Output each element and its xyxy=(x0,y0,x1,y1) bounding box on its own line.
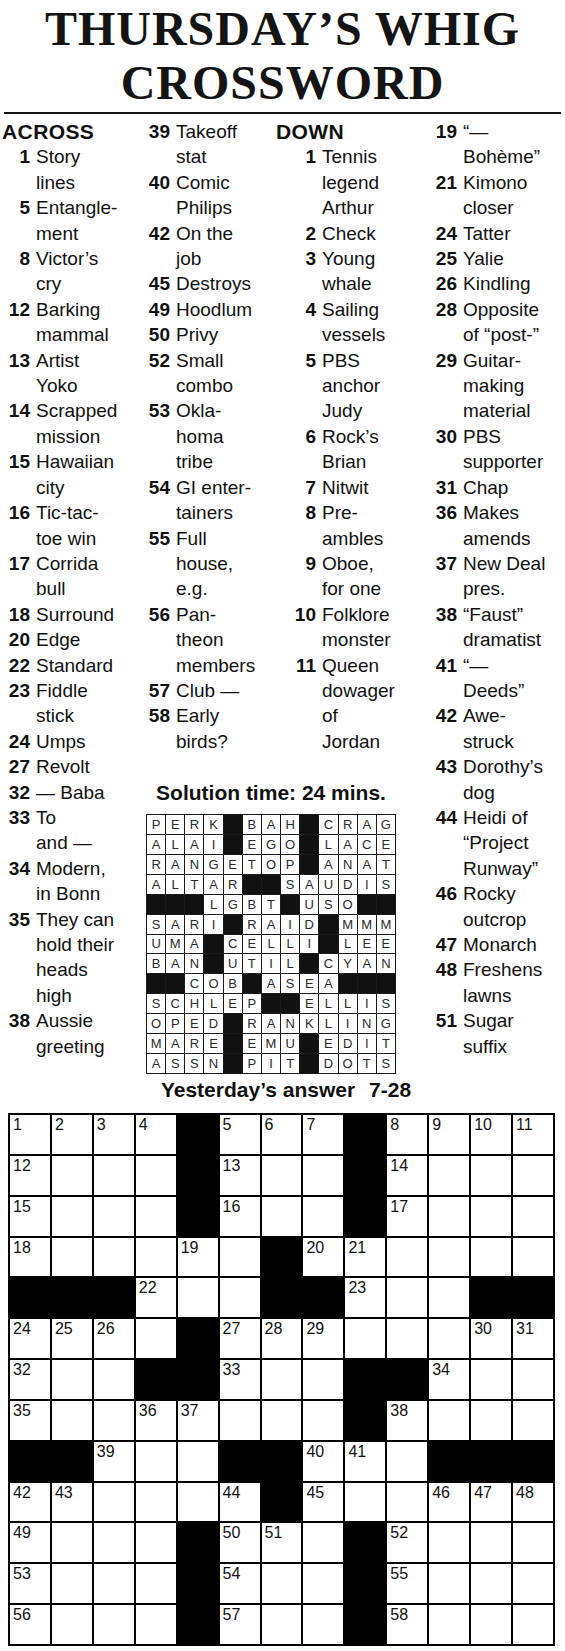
solution-cell: S xyxy=(166,1054,184,1073)
grid-cell[interactable] xyxy=(471,1197,511,1236)
grid-cell[interactable] xyxy=(220,1401,260,1440)
solution-black-square xyxy=(147,974,165,993)
solution-cell: E xyxy=(243,835,261,854)
clue-text: Toand — xyxy=(36,805,92,856)
solution-cell: A xyxy=(319,974,337,993)
grid-cell[interactable] xyxy=(136,1156,176,1195)
solution-cell: I xyxy=(358,1034,376,1053)
grid-cell[interactable]: 10 xyxy=(471,1115,511,1154)
solution-cell: D xyxy=(319,1054,337,1073)
clue-text: Hawaiiancity xyxy=(36,449,114,500)
grid-cell[interactable]: 12 xyxy=(10,1156,50,1195)
grid-cell[interactable]: 22 xyxy=(136,1278,176,1317)
solution-black-square xyxy=(377,895,395,914)
clue-text: Youngwhale xyxy=(322,246,375,297)
clue-text: Chap xyxy=(463,475,508,500)
clue-text: Smallcombo xyxy=(176,348,233,399)
grid-cell[interactable]: 20 xyxy=(303,1238,343,1277)
clue-text: Pan-theonmembers xyxy=(176,602,255,678)
grid-cell[interactable]: 38 xyxy=(387,1401,427,1440)
black-square xyxy=(345,1564,385,1603)
grid-cell[interactable] xyxy=(94,1483,134,1522)
grid-cell[interactable]: 47 xyxy=(471,1483,511,1522)
grid-cell[interactable] xyxy=(513,1197,553,1236)
grid-cell[interactable] xyxy=(52,1238,92,1277)
clue: 45Destroys xyxy=(140,271,274,296)
solution-cell: G xyxy=(224,895,242,914)
clue: 52Smallcombo xyxy=(140,348,274,399)
clue-number: 7 xyxy=(276,475,316,500)
black-square xyxy=(178,1564,218,1603)
black-square xyxy=(471,1278,511,1317)
cell-number: 48 xyxy=(516,1484,534,1502)
cell-number: 49 xyxy=(13,1524,31,1542)
black-square xyxy=(178,1115,218,1154)
clue-number: 27 xyxy=(2,754,30,779)
clue-number: 25 xyxy=(412,246,457,271)
solution-black-square xyxy=(204,935,222,954)
grid-cell[interactable]: 46 xyxy=(429,1483,469,1522)
clue: 58Earlybirds? xyxy=(140,703,274,754)
cell-number: 37 xyxy=(181,1402,199,1420)
solution-cell: H xyxy=(281,815,299,834)
solution-cell: D xyxy=(204,1014,222,1033)
grid-cell[interactable]: 16 xyxy=(220,1197,260,1236)
clue-number: 14 xyxy=(2,398,30,449)
clue-number: 9 xyxy=(276,551,316,602)
clue-text: New Dealpres. xyxy=(463,551,545,602)
grid-cell[interactable]: 5 xyxy=(220,1115,260,1154)
grid-cell[interactable] xyxy=(513,1156,553,1195)
grid-cell[interactable] xyxy=(429,1156,469,1195)
clue-text: Tatter xyxy=(463,221,511,246)
clue: 12Barkingmammal xyxy=(2,297,136,348)
solution-cell: C xyxy=(358,835,376,854)
clue: 24Tatter xyxy=(412,221,564,246)
black-square xyxy=(262,1442,302,1481)
black-square xyxy=(178,1319,218,1358)
grid-cell[interactable] xyxy=(471,1238,511,1277)
clue: 6Rock’sBrian xyxy=(276,424,408,475)
solution-cell: L xyxy=(319,1014,337,1033)
grid-cell[interactable]: 57 xyxy=(220,1605,260,1644)
grid-cell[interactable] xyxy=(387,1238,427,1277)
solution-black-square xyxy=(319,915,337,934)
clue-text: Heidi of“ProjectRunway” xyxy=(463,805,538,881)
grid-cell[interactable] xyxy=(262,1156,302,1195)
grid-cell[interactable] xyxy=(94,1360,134,1399)
grid-cell[interactable] xyxy=(303,1401,343,1440)
grid-cell[interactable] xyxy=(136,1238,176,1277)
clue-text: Sailingvessels xyxy=(322,297,385,348)
grid-cell[interactable]: 19 xyxy=(178,1238,218,1277)
grid-cell[interactable] xyxy=(513,1564,553,1603)
black-square xyxy=(345,1156,385,1195)
grid-cell[interactable] xyxy=(513,1605,553,1644)
clue-text: “—Bohème” xyxy=(463,119,540,170)
grid-cell[interactable]: 29 xyxy=(303,1319,343,1358)
solution-cell: E xyxy=(319,1034,337,1053)
solution-cell: D xyxy=(339,1034,357,1053)
cell-number: 16 xyxy=(223,1198,241,1216)
grid-cell[interactable] xyxy=(262,1360,302,1399)
cell-number: 41 xyxy=(348,1443,366,1461)
solution-black-square xyxy=(224,815,242,834)
grid-cell[interactable] xyxy=(52,1197,92,1236)
solution-cell: C xyxy=(319,815,337,834)
grid-cell[interactable]: 6 xyxy=(262,1115,302,1154)
clue: 47Monarch xyxy=(412,932,564,957)
grid-cell[interactable] xyxy=(471,1523,511,1562)
clue-number: 29 xyxy=(412,348,457,424)
grid-cell[interactable] xyxy=(429,1238,469,1277)
grid-cell[interactable] xyxy=(429,1319,469,1358)
grid-cell[interactable]: 25 xyxy=(52,1319,92,1358)
clue: 18Surround xyxy=(2,602,136,627)
solution-cell: P xyxy=(243,994,261,1013)
black-square xyxy=(303,1278,343,1317)
grid-cell[interactable] xyxy=(513,1360,553,1399)
yesterday-answer-label: Yesterday’s answer xyxy=(161,1078,355,1101)
clue: 16Tic-tac-toe win xyxy=(2,500,136,551)
grid-cell[interactable] xyxy=(387,1483,427,1522)
clue: 42Awe-struck xyxy=(412,703,564,754)
clue-number: 5 xyxy=(276,348,316,424)
solution-cell: M xyxy=(339,915,357,934)
grid-cell[interactable] xyxy=(262,1401,302,1440)
solution-cell: M xyxy=(358,915,376,934)
black-square xyxy=(345,1523,385,1562)
solution-cell: T xyxy=(377,1034,395,1053)
grid-cell[interactable]: 18 xyxy=(10,1238,50,1277)
black-square xyxy=(387,1360,427,1399)
grid-cell[interactable]: 43 xyxy=(52,1483,92,1522)
black-square xyxy=(429,1442,469,1481)
grid-cell[interactable] xyxy=(178,1278,218,1317)
grid-cell[interactable] xyxy=(429,1278,469,1317)
cell-number: 25 xyxy=(55,1320,73,1338)
grid-cell[interactable] xyxy=(429,1401,469,1440)
grid-cell[interactable] xyxy=(178,1442,218,1481)
grid-cell[interactable]: 39 xyxy=(94,1442,134,1481)
grid-cell[interactable] xyxy=(471,1156,511,1195)
grid-cell[interactable] xyxy=(52,1523,92,1562)
grid-cell[interactable] xyxy=(429,1564,469,1603)
clue-text: Scrappedmission xyxy=(36,398,117,449)
clue-number: 11 xyxy=(276,653,316,755)
cell-number: 30 xyxy=(474,1320,492,1338)
clue-number: 52 xyxy=(140,348,170,399)
grid-cell[interactable]: 49 xyxy=(10,1523,50,1562)
grid-cell[interactable]: 28 xyxy=(262,1319,302,1358)
grid-cell[interactable] xyxy=(136,1319,176,1358)
clue: 3Youngwhale xyxy=(276,246,408,297)
grid-cell[interactable] xyxy=(52,1401,92,1440)
grid-cell[interactable] xyxy=(136,1483,176,1522)
puzzle-title-line2: CROSSWORD xyxy=(0,56,565,110)
grid-cell[interactable] xyxy=(303,1360,343,1399)
solution-cell: E xyxy=(300,974,318,993)
cell-number: 33 xyxy=(223,1361,241,1379)
grid-cell[interactable]: 55 xyxy=(387,1564,427,1603)
grid-cell[interactable] xyxy=(136,1605,176,1644)
grid-cell[interactable] xyxy=(303,1197,343,1236)
grid-cell[interactable] xyxy=(345,1319,385,1358)
cell-number: 3 xyxy=(97,1116,106,1134)
cell-number: 6 xyxy=(265,1116,274,1134)
grid-cell[interactable]: 1 xyxy=(10,1115,50,1154)
clue: 28Oppositeof “post-” xyxy=(412,297,564,348)
puzzle-title-line1: THURSDAY’S WHIG xyxy=(0,2,565,56)
solution-cell: T xyxy=(243,954,261,973)
grid-cell[interactable] xyxy=(429,1605,469,1644)
grid-cell[interactable] xyxy=(303,1523,343,1562)
grid-cell[interactable] xyxy=(94,1523,134,1562)
black-square xyxy=(513,1442,553,1481)
clue-number: 31 xyxy=(412,475,457,500)
grid-cell[interactable]: 32 xyxy=(10,1360,50,1399)
solution-black-square xyxy=(185,895,203,914)
grid-cell[interactable]: 34 xyxy=(429,1360,469,1399)
grid-cell[interactable]: 13 xyxy=(220,1156,260,1195)
grid-cell[interactable] xyxy=(220,1238,260,1277)
grid-cell[interactable] xyxy=(136,1523,176,1562)
grid-cell[interactable] xyxy=(513,1401,553,1440)
solution-cell: C xyxy=(185,974,203,993)
grid-cell[interactable]: 48 xyxy=(513,1483,553,1522)
grid-cell[interactable]: 33 xyxy=(220,1360,260,1399)
cell-number: 45 xyxy=(306,1484,324,1502)
grid-cell[interactable] xyxy=(262,1197,302,1236)
clue: 14Scrappedmission xyxy=(2,398,136,449)
solution-cell: L xyxy=(281,935,299,954)
grid-cell[interactable]: 36 xyxy=(136,1401,176,1440)
solution-cell: A xyxy=(262,815,280,834)
grid-cell[interactable]: 51 xyxy=(262,1523,302,1562)
grid-cell[interactable]: 8 xyxy=(387,1115,427,1154)
grid-cell[interactable] xyxy=(94,1401,134,1440)
cell-number: 28 xyxy=(265,1320,283,1338)
grid-cell[interactable] xyxy=(178,1483,218,1522)
grid-cell[interactable]: 2 xyxy=(52,1115,92,1154)
grid-cell[interactable] xyxy=(136,1197,176,1236)
solution-cell: U xyxy=(300,895,318,914)
clue-text: Privy xyxy=(176,322,218,347)
solution-cell: L xyxy=(339,994,357,1013)
solution-cell: R xyxy=(243,1014,261,1033)
grid-cell[interactable]: 14 xyxy=(387,1156,427,1195)
solution-cell: L xyxy=(204,994,222,1013)
grid-cell[interactable] xyxy=(52,1360,92,1399)
grid-cell[interactable] xyxy=(52,1605,92,1644)
clue-number: 44 xyxy=(412,805,457,881)
grid-cell[interactable]: 15 xyxy=(10,1197,50,1236)
grid-cell[interactable] xyxy=(303,1605,343,1644)
grid-cell[interactable] xyxy=(513,1238,553,1277)
solution-cell: S xyxy=(147,915,165,934)
down-clues-column-1: DOWN 1TennislegendArthur2Check3Youngwhal… xyxy=(276,119,408,754)
across-clues-column-1: ACROSS 1Storylines5Entangle-ment8Victor’… xyxy=(2,119,136,1059)
grid-cell[interactable]: 17 xyxy=(387,1197,427,1236)
clue-number: 40 xyxy=(140,170,170,221)
clue-text: Awe-struck xyxy=(463,703,514,754)
solution-cell: R xyxy=(185,815,203,834)
solution-cell: I xyxy=(281,915,299,934)
clue-text: ComicPhilips xyxy=(176,170,232,221)
grid-cell[interactable]: 9 xyxy=(429,1115,469,1154)
grid-cell[interactable] xyxy=(220,1278,260,1317)
grid-cell[interactable] xyxy=(387,1442,427,1481)
grid-cell[interactable] xyxy=(52,1564,92,1603)
solution-cell: N xyxy=(185,855,203,874)
grid-cell[interactable] xyxy=(429,1197,469,1236)
grid-cell[interactable]: 45 xyxy=(303,1483,343,1522)
grid-cell[interactable] xyxy=(387,1319,427,1358)
clue: 26Kindling xyxy=(412,271,564,296)
grid-cell[interactable] xyxy=(303,1156,343,1195)
solution-cell: E xyxy=(185,1014,203,1033)
cell-number: 34 xyxy=(432,1361,450,1379)
grid-cell[interactable]: 4 xyxy=(136,1115,176,1154)
grid-cell[interactable]: 35 xyxy=(10,1401,50,1440)
clue-number: 20 xyxy=(2,627,30,652)
clue-number: 16 xyxy=(2,500,30,551)
grid-cell[interactable]: 37 xyxy=(178,1401,218,1440)
black-square xyxy=(345,1401,385,1440)
yesterday-answer-grid: PERKBAHCRAGALAIEGOLACERANGETOPANATALTARS… xyxy=(146,814,396,1074)
grid-cell[interactable] xyxy=(94,1238,134,1277)
grid-cell[interactable]: 21 xyxy=(345,1238,385,1277)
grid-cell[interactable] xyxy=(471,1360,511,1399)
clue-number: 53 xyxy=(140,398,170,474)
solution-cell: R xyxy=(243,915,261,934)
grid-cell[interactable]: 58 xyxy=(387,1605,427,1644)
solution-cell: L xyxy=(166,875,184,894)
grid-cell[interactable]: 54 xyxy=(220,1564,260,1603)
cell-number: 39 xyxy=(97,1443,115,1461)
grid-cell[interactable]: 52 xyxy=(387,1523,427,1562)
clue-number: 37 xyxy=(412,551,457,602)
grid-cell[interactable] xyxy=(136,1564,176,1603)
grid-cell[interactable]: 40 xyxy=(303,1442,343,1481)
solution-cell: A xyxy=(166,954,184,973)
cell-number: 47 xyxy=(474,1484,492,1502)
solution-black-square xyxy=(224,915,242,934)
grid-cell[interactable] xyxy=(513,1523,553,1562)
grid-cell[interactable]: 11 xyxy=(513,1115,553,1154)
grid-cell[interactable]: 50 xyxy=(220,1523,260,1562)
clue-text: “Faust”dramatist xyxy=(463,602,541,653)
cell-number: 43 xyxy=(55,1484,73,1502)
solution-cell: L xyxy=(339,935,357,954)
solution-cell: R xyxy=(224,875,242,894)
clue-text: Modern,in Bonn xyxy=(36,856,106,907)
clue-text: ArtistYoko xyxy=(36,348,79,399)
grid-cell[interactable] xyxy=(345,1483,385,1522)
clue-text: Pre-ambles xyxy=(322,500,383,551)
clue: 5PBSanchorJudy xyxy=(276,348,408,424)
grid-cell[interactable]: 53 xyxy=(10,1564,50,1603)
down-clue-list-2: 19“—Bohème”21Kimonocloser24Tatter25Yalie… xyxy=(412,119,564,1059)
yesterday-answer-caption: Yesterday’s answer7-28 xyxy=(140,1078,432,1102)
across-clues-column-2: 39Takeoffstat40ComicPhilips42On thejob45… xyxy=(140,119,274,754)
solution-cell: T xyxy=(377,855,395,874)
grid-cell[interactable] xyxy=(429,1523,469,1562)
grid-cell[interactable]: 30 xyxy=(471,1319,511,1358)
grid-cell[interactable]: 44 xyxy=(220,1483,260,1522)
cell-number: 32 xyxy=(13,1361,31,1379)
cell-number: 20 xyxy=(306,1239,324,1257)
grid-cell[interactable] xyxy=(94,1564,134,1603)
grid-cell[interactable] xyxy=(136,1442,176,1481)
solution-cell: I xyxy=(339,1014,357,1033)
black-square xyxy=(178,1360,218,1399)
clue-text: Nitwit xyxy=(322,475,368,500)
cell-number: 17 xyxy=(390,1198,408,1216)
solution-black-square xyxy=(300,1054,318,1073)
clue-number: 33 xyxy=(2,805,30,856)
grid-cell[interactable] xyxy=(94,1197,134,1236)
black-square xyxy=(345,1197,385,1236)
grid-cell[interactable]: 42 xyxy=(10,1483,50,1522)
solution-cell: A xyxy=(185,835,203,854)
clue-text: Tic-tac-toe win xyxy=(36,500,99,551)
black-square xyxy=(52,1442,92,1481)
grid-cell[interactable] xyxy=(94,1605,134,1644)
grid-cell[interactable] xyxy=(387,1278,427,1317)
solution-cell: S xyxy=(281,875,299,894)
clue: 9Oboe,for one xyxy=(276,551,408,602)
cell-number: 42 xyxy=(13,1484,31,1502)
solution-cell: A xyxy=(185,935,203,954)
grid-cell[interactable]: 7 xyxy=(303,1115,343,1154)
solution-cell: Y xyxy=(339,954,357,973)
grid-cell[interactable] xyxy=(471,1605,511,1644)
clue-text: They canhold theirheadshigh xyxy=(36,907,114,1009)
grid-cell[interactable]: 31 xyxy=(513,1319,553,1358)
grid-cell[interactable] xyxy=(52,1156,92,1195)
solution-cell: B xyxy=(147,954,165,973)
grid-cell[interactable] xyxy=(471,1401,511,1440)
solution-black-square xyxy=(243,875,261,894)
clue: 36Makesamends xyxy=(412,500,564,551)
solution-cell: I xyxy=(358,994,376,1013)
grid-cell[interactable]: 26 xyxy=(94,1319,134,1358)
grid-cell[interactable]: 41 xyxy=(345,1442,385,1481)
grid-cell[interactable] xyxy=(94,1156,134,1195)
grid-cell[interactable]: 24 xyxy=(10,1319,50,1358)
cell-number: 44 xyxy=(223,1484,241,1502)
grid-cell[interactable] xyxy=(262,1605,302,1644)
cell-number: 12 xyxy=(13,1157,31,1175)
clue: 33Toand — xyxy=(2,805,136,856)
solution-cell: R xyxy=(185,1034,203,1053)
solution-cell: L xyxy=(281,954,299,973)
grid-cell[interactable] xyxy=(303,1564,343,1603)
grid-cell[interactable] xyxy=(471,1564,511,1603)
solution-black-square xyxy=(262,875,280,894)
grid-cell[interactable]: 27 xyxy=(220,1319,260,1358)
grid-cell[interactable]: 56 xyxy=(10,1605,50,1644)
grid-cell[interactable]: 3 xyxy=(94,1115,134,1154)
solution-cell: S xyxy=(377,994,395,1013)
grid-cell[interactable]: 23 xyxy=(345,1278,385,1317)
solution-black-square xyxy=(262,994,280,1013)
solution-cell: S xyxy=(319,895,337,914)
black-square xyxy=(471,1442,511,1481)
grid-cell[interactable] xyxy=(262,1564,302,1603)
solution-cell: A xyxy=(358,815,376,834)
